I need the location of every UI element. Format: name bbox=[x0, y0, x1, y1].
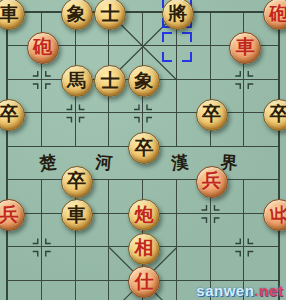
piece-red-elephant[interactable]: 相 bbox=[128, 233, 160, 265]
piece-black-soldier[interactable]: 卒 bbox=[61, 166, 93, 198]
piece-glyph: 士 bbox=[101, 71, 120, 90]
piece-black-chariot[interactable]: 車 bbox=[61, 199, 93, 231]
piece-glyph: 車 bbox=[236, 37, 255, 56]
piece-black-soldier[interactable]: 卒 bbox=[263, 99, 286, 131]
piece-glyph: 炮 bbox=[135, 205, 154, 224]
piece-glyph: 將 bbox=[168, 4, 187, 23]
piece-black-soldier[interactable]: 卒 bbox=[128, 132, 160, 164]
piece-glyph: 馬 bbox=[67, 71, 86, 90]
piece-black-elephant[interactable]: 象 bbox=[61, 0, 93, 30]
piece-glyph: 兵 bbox=[202, 171, 221, 190]
piece-red-cannon[interactable]: 砲 bbox=[27, 32, 59, 64]
watermark-text: sanwen bbox=[196, 282, 254, 299]
piece-glyph: 卒 bbox=[270, 104, 287, 123]
piece-glyph: 砲 bbox=[33, 37, 52, 56]
piece-red-advisor[interactable]: 仕 bbox=[128, 266, 160, 298]
piece-glyph: 士 bbox=[101, 4, 120, 23]
river-label: 漢 bbox=[170, 151, 189, 176]
piece-glyph: 卒 bbox=[135, 138, 154, 157]
bracket-corner bbox=[182, 52, 192, 62]
piece-black-elephant[interactable]: 象 bbox=[128, 65, 160, 97]
piece-red-cannon[interactable]: 炮 bbox=[128, 199, 160, 231]
bracket-corner bbox=[162, 52, 172, 62]
river-label: 河 bbox=[95, 151, 114, 175]
piece-glyph: 兵 bbox=[270, 205, 287, 224]
piece-glyph: 卒 bbox=[0, 104, 19, 123]
last-move-marker bbox=[162, 32, 192, 62]
site-watermark: sanwen.net bbox=[196, 282, 283, 299]
piece-glyph: 卒 bbox=[67, 171, 86, 190]
piece-black-general[interactable]: 將 bbox=[162, 0, 194, 30]
piece-glyph: 象 bbox=[67, 4, 86, 23]
piece-black-advisor[interactable]: 士 bbox=[94, 65, 126, 97]
piece-glyph: 砲 bbox=[270, 4, 287, 23]
xiangqi-board: 車象士將砲砲車馬士象卒卒卒卒卒兵兵車炮兵相仕 sanwen.net 楚河漢界 bbox=[0, 0, 286, 300]
piece-black-horse[interactable]: 馬 bbox=[61, 65, 93, 97]
piece-glyph: 仕 bbox=[135, 272, 154, 291]
piece-red-chariot[interactable]: 車 bbox=[229, 32, 261, 64]
river-label: 楚 bbox=[38, 150, 58, 175]
piece-glyph: 車 bbox=[0, 4, 19, 23]
piece-red-soldier[interactable]: 兵 bbox=[196, 166, 228, 198]
watermark-tld: net bbox=[259, 282, 283, 299]
piece-glyph: 車 bbox=[67, 205, 86, 224]
bracket-corner bbox=[162, 32, 172, 42]
piece-glyph: 卒 bbox=[202, 104, 221, 123]
piece-black-soldier[interactable]: 卒 bbox=[196, 99, 228, 131]
piece-glyph: 象 bbox=[135, 71, 154, 90]
piece-glyph: 相 bbox=[135, 238, 154, 257]
piece-glyph: 兵 bbox=[0, 205, 19, 224]
bracket-corner bbox=[182, 32, 192, 42]
